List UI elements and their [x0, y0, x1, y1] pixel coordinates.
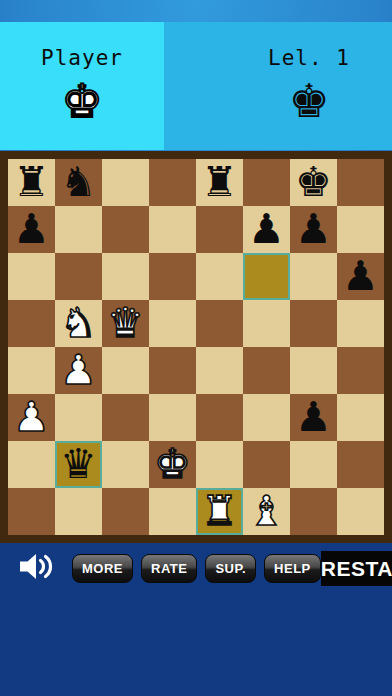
piece-white-pawn-a3: ♟	[13, 394, 50, 441]
square-a4[interactable]	[8, 347, 55, 394]
app-screen: Player ♚ Lel. 1 ♚ ♜♞♜♚♟♟♟♟♞♛♟♟♟♛♚♜♝ MORE…	[0, 0, 392, 696]
restart-button[interactable]: RESTART	[321, 551, 392, 586]
square-a1[interactable]	[8, 488, 55, 535]
black-king-icon: ♚	[288, 76, 329, 126]
piece-black-pawn-f7: ♟	[248, 206, 285, 253]
chess-board: ♜♞♜♚♟♟♟♟♞♛♟♟♟♛♚♜♝	[0, 151, 392, 543]
square-f2[interactable]	[243, 441, 290, 488]
square-g8[interactable]: ♚	[290, 159, 337, 206]
square-a2[interactable]	[8, 441, 55, 488]
square-c8[interactable]	[102, 159, 149, 206]
square-f5[interactable]	[243, 300, 290, 347]
square-e7[interactable]	[196, 206, 243, 253]
square-f7[interactable]: ♟	[243, 206, 290, 253]
rate-button[interactable]: RATE	[141, 554, 197, 583]
square-g3[interactable]: ♟	[290, 394, 337, 441]
cpu-level-label: Lel. 1	[268, 46, 350, 70]
square-b1[interactable]	[55, 488, 102, 535]
square-b4[interactable]: ♟	[55, 347, 102, 394]
piece-black-knight-b8: ♞	[60, 159, 97, 206]
piece-black-pawn-a7: ♟	[13, 206, 50, 253]
square-b6[interactable]	[55, 253, 102, 300]
square-a8[interactable]: ♜	[8, 159, 55, 206]
square-d4[interactable]	[149, 347, 196, 394]
square-e2[interactable]	[196, 441, 243, 488]
piece-black-pawn-g3: ♟	[295, 394, 332, 441]
square-a3[interactable]: ♟	[8, 394, 55, 441]
square-h2[interactable]	[337, 441, 384, 488]
piece-white-knight-b5: ♞	[60, 300, 97, 347]
square-d8[interactable]	[149, 159, 196, 206]
square-d5[interactable]	[149, 300, 196, 347]
player-panel: Player ♚	[0, 22, 164, 150]
square-c3[interactable]	[102, 394, 149, 441]
square-h6[interactable]: ♟	[337, 253, 384, 300]
piece-white-queen-c5: ♛	[107, 300, 144, 347]
square-d6[interactable]	[149, 253, 196, 300]
square-h4[interactable]	[337, 347, 384, 394]
square-e5[interactable]	[196, 300, 243, 347]
more-button[interactable]: MORE	[72, 554, 133, 583]
square-d7[interactable]	[149, 206, 196, 253]
square-d3[interactable]	[149, 394, 196, 441]
piece-white-bishop-f1: ♝	[248, 488, 285, 535]
square-h7[interactable]	[337, 206, 384, 253]
square-f6[interactable]	[243, 253, 290, 300]
square-c5[interactable]: ♛	[102, 300, 149, 347]
cpu-panel: Lel. 1 ♚	[164, 22, 392, 150]
square-e3[interactable]	[196, 394, 243, 441]
piece-black-pawn-g7: ♟	[295, 206, 332, 253]
square-f1[interactable]: ♝	[243, 488, 290, 535]
bottom-toolbar: MORE RATE SUP. HELP RESTART	[0, 547, 392, 589]
square-d1[interactable]	[149, 488, 196, 535]
piece-black-rook-e8: ♜	[201, 159, 238, 206]
square-h8[interactable]	[337, 159, 384, 206]
square-g4[interactable]	[290, 347, 337, 394]
square-g1[interactable]	[290, 488, 337, 535]
speaker-icon[interactable]	[18, 552, 54, 585]
square-a5[interactable]	[8, 300, 55, 347]
support-button[interactable]: SUP.	[205, 554, 256, 583]
square-e4[interactable]	[196, 347, 243, 394]
piece-white-king-d2: ♚	[154, 441, 191, 488]
piece-white-pawn-b4: ♟	[60, 347, 97, 394]
square-b2[interactable]: ♛	[55, 441, 102, 488]
square-b8[interactable]: ♞	[55, 159, 102, 206]
square-h3[interactable]	[337, 394, 384, 441]
square-g5[interactable]	[290, 300, 337, 347]
square-e6[interactable]	[196, 253, 243, 300]
square-g7[interactable]: ♟	[290, 206, 337, 253]
square-f8[interactable]	[243, 159, 290, 206]
square-d2[interactable]: ♚	[149, 441, 196, 488]
square-g2[interactable]	[290, 441, 337, 488]
square-b3[interactable]	[55, 394, 102, 441]
square-g6[interactable]	[290, 253, 337, 300]
square-b5[interactable]: ♞	[55, 300, 102, 347]
piece-white-rook-e1: ♜	[201, 488, 238, 535]
square-c1[interactable]	[102, 488, 149, 535]
help-button[interactable]: HELP	[264, 554, 321, 583]
square-c7[interactable]	[102, 206, 149, 253]
square-e1[interactable]: ♜	[196, 488, 243, 535]
square-b7[interactable]	[55, 206, 102, 253]
square-c2[interactable]	[102, 441, 149, 488]
player-name-label: Player	[41, 46, 123, 70]
players-header: Player ♚ Lel. 1 ♚	[0, 22, 392, 150]
piece-black-queen-b2: ♛	[60, 441, 97, 488]
square-h5[interactable]	[337, 300, 384, 347]
square-c6[interactable]	[102, 253, 149, 300]
square-f4[interactable]	[243, 347, 290, 394]
piece-black-king-g8: ♚	[295, 159, 332, 206]
white-king-icon: ♚	[61, 76, 102, 126]
square-a6[interactable]	[8, 253, 55, 300]
square-h1[interactable]	[337, 488, 384, 535]
board-grid: ♜♞♜♚♟♟♟♟♞♛♟♟♟♛♚♜♝	[8, 159, 384, 535]
square-e8[interactable]: ♜	[196, 159, 243, 206]
piece-black-pawn-h6: ♟	[342, 253, 379, 300]
piece-black-rook-a8: ♜	[13, 159, 50, 206]
square-a7[interactable]: ♟	[8, 206, 55, 253]
square-c4[interactable]	[102, 347, 149, 394]
square-f3[interactable]	[243, 394, 290, 441]
